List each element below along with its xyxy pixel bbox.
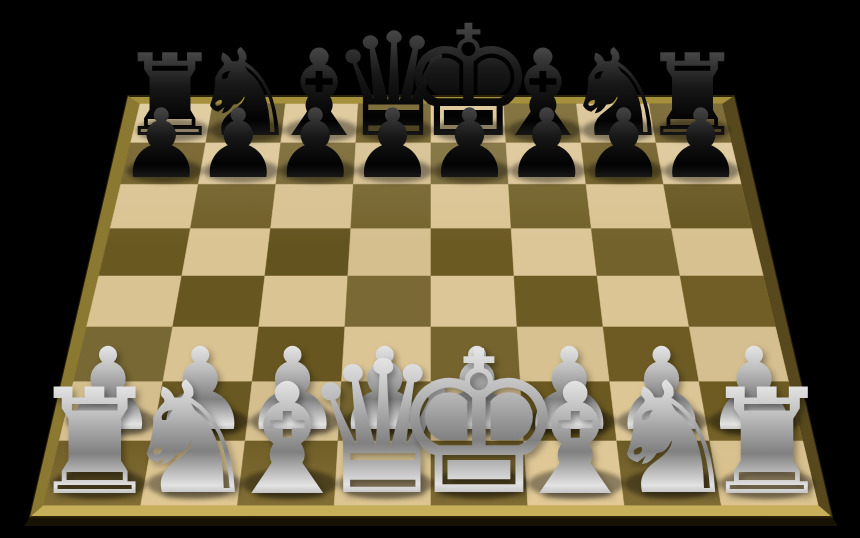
piece-white-rook-h1[interactable]: ♜ <box>694 369 840 515</box>
piece-black-pawn-h7[interactable]: ♟ <box>653 96 748 191</box>
chess-app-stage: ♜♞♝♛♚♝♞♜♟♟♟♟♟♟♟♟♟♟♟♟♟♟♟♟♜♞♝♛♚♝♞♜ <box>0 0 860 538</box>
pieces-layer: ♜♞♝♛♚♝♞♜♟♟♟♟♟♟♟♟♟♟♟♟♟♟♟♟♜♞♝♛♚♝♞♜ <box>0 0 860 538</box>
